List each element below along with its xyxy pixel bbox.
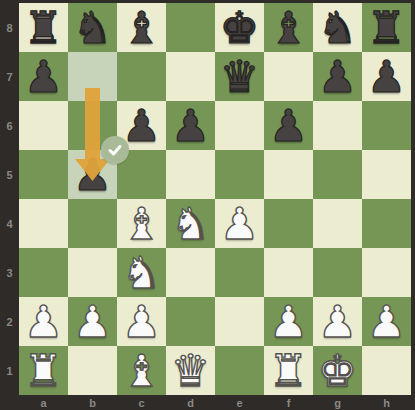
piece-white-pawn-g2[interactable]: ♟ [313, 297, 362, 346]
piece-black-pawn-d6[interactable]: ♟ [166, 101, 215, 150]
square-b7[interactable] [68, 52, 117, 101]
rank-label-1: 1 [0, 346, 19, 395]
square-f1[interactable]: ♜ [264, 346, 313, 395]
square-h5[interactable] [362, 150, 411, 199]
rank-label-8: 8 [0, 3, 19, 52]
square-h2[interactable]: ♟ [362, 297, 411, 346]
square-f6[interactable]: ♟ [264, 101, 313, 150]
piece-white-rook-f1[interactable]: ♜ [264, 346, 313, 395]
piece-white-bishop-c1[interactable]: ♝ [117, 346, 166, 395]
square-d3[interactable] [166, 248, 215, 297]
square-a8[interactable]: ♜ [19, 3, 68, 52]
square-c4[interactable]: ♝ [117, 199, 166, 248]
square-a7[interactable]: ♟ [19, 52, 68, 101]
piece-black-rook-a8[interactable]: ♜ [19, 3, 68, 52]
rank-label-4: 4 [0, 199, 19, 248]
rank-label-3: 3 [0, 248, 19, 297]
rank-label-2: 2 [0, 297, 19, 346]
square-b4[interactable] [68, 199, 117, 248]
square-f5[interactable] [264, 150, 313, 199]
file-label-a: a [19, 395, 68, 410]
piece-white-knight-d4[interactable]: ♞ [166, 199, 215, 248]
square-e8[interactable]: ♚ [215, 3, 264, 52]
square-e2[interactable] [215, 297, 264, 346]
square-g4[interactable] [313, 199, 362, 248]
square-c8[interactable]: ♝ [117, 3, 166, 52]
piece-white-pawn-e4[interactable]: ♟ [215, 199, 264, 248]
square-f7[interactable] [264, 52, 313, 101]
square-g2[interactable]: ♟ [313, 297, 362, 346]
piece-white-pawn-h2[interactable]: ♟ [362, 297, 411, 346]
square-b2[interactable]: ♟ [68, 297, 117, 346]
square-g3[interactable] [313, 248, 362, 297]
square-c3[interactable]: ♞ [117, 248, 166, 297]
square-h8[interactable]: ♜ [362, 3, 411, 52]
square-d7[interactable] [166, 52, 215, 101]
square-a2[interactable]: ♟ [19, 297, 68, 346]
square-h1[interactable] [362, 346, 411, 395]
file-label-h: h [362, 395, 411, 410]
square-f4[interactable] [264, 199, 313, 248]
square-e3[interactable] [215, 248, 264, 297]
check-icon [107, 142, 123, 158]
square-c7[interactable] [117, 52, 166, 101]
piece-white-pawn-c2[interactable]: ♟ [117, 297, 166, 346]
file-labels: abcdefgh [19, 395, 411, 410]
square-f8[interactable]: ♝ [264, 3, 313, 52]
piece-black-king-e8[interactable]: ♚ [215, 3, 264, 52]
piece-black-bishop-c8[interactable]: ♝ [117, 3, 166, 52]
rank-label-6: 6 [0, 101, 19, 150]
rank-label-5: 5 [0, 150, 19, 199]
square-e6[interactable] [215, 101, 264, 150]
piece-white-knight-c3[interactable]: ♞ [117, 248, 166, 297]
square-h3[interactable] [362, 248, 411, 297]
square-e7[interactable]: ♛ [215, 52, 264, 101]
square-g6[interactable] [313, 101, 362, 150]
square-e1[interactable] [215, 346, 264, 395]
piece-black-pawn-f6[interactable]: ♟ [264, 101, 313, 150]
square-a1[interactable]: ♜ [19, 346, 68, 395]
rank-label-7: 7 [0, 52, 19, 101]
piece-white-pawn-a2[interactable]: ♟ [19, 297, 68, 346]
square-d6[interactable]: ♟ [166, 101, 215, 150]
file-label-e: e [215, 395, 264, 410]
square-d2[interactable] [166, 297, 215, 346]
piece-white-pawn-f2[interactable]: ♟ [264, 297, 313, 346]
piece-white-rook-a1[interactable]: ♜ [19, 346, 68, 395]
piece-white-queen-d1[interactable]: ♛ [166, 346, 215, 395]
square-h4[interactable] [362, 199, 411, 248]
rank-labels: 87654321 [0, 3, 19, 395]
square-d4[interactable]: ♞ [166, 199, 215, 248]
square-b8[interactable]: ♞ [68, 3, 117, 52]
square-h7[interactable]: ♟ [362, 52, 411, 101]
piece-black-pawn-g7[interactable]: ♟ [313, 52, 362, 101]
file-label-f: f [264, 395, 313, 410]
piece-white-bishop-c4[interactable]: ♝ [117, 199, 166, 248]
piece-black-pawn-a7[interactable]: ♟ [19, 52, 68, 101]
square-b3[interactable] [68, 248, 117, 297]
piece-white-pawn-b2[interactable]: ♟ [68, 297, 117, 346]
file-label-c: c [117, 395, 166, 410]
piece-black-pawn-h7[interactable]: ♟ [362, 52, 411, 101]
piece-black-knight-b8[interactable]: ♞ [68, 3, 117, 52]
square-a6[interactable] [19, 101, 68, 150]
square-e5[interactable] [215, 150, 264, 199]
piece-black-queen-e7[interactable]: ♛ [215, 52, 264, 101]
piece-black-knight-g8[interactable]: ♞ [313, 3, 362, 52]
square-c1[interactable]: ♝ [117, 346, 166, 395]
square-g5[interactable] [313, 150, 362, 199]
square-f2[interactable]: ♟ [264, 297, 313, 346]
square-d1[interactable]: ♛ [166, 346, 215, 395]
square-g8[interactable]: ♞ [313, 3, 362, 52]
piece-black-rook-h8[interactable]: ♜ [362, 3, 411, 52]
piece-white-king-g1[interactable]: ♚ [313, 346, 362, 395]
square-a5[interactable] [19, 150, 68, 199]
file-label-g: g [313, 395, 362, 410]
square-d5[interactable] [166, 150, 215, 199]
file-label-d: d [166, 395, 215, 410]
chess-app-window: 87654321 ♜♞♝♚♝♞♜♟♛♟♟♟♟♟♟♝♞♟♞♟♟♟♟♟♟♜♝♛♜♚ … [0, 0, 415, 410]
square-h6[interactable] [362, 101, 411, 150]
square-c2[interactable]: ♟ [117, 297, 166, 346]
square-a3[interactable] [19, 248, 68, 297]
correct-move-badge [101, 136, 129, 164]
square-b1[interactable] [68, 346, 117, 395]
square-e4[interactable]: ♟ [215, 199, 264, 248]
square-d8[interactable] [166, 3, 215, 52]
square-a4[interactable] [19, 199, 68, 248]
file-label-b: b [68, 395, 117, 410]
square-g7[interactable]: ♟ [313, 52, 362, 101]
square-f3[interactable] [264, 248, 313, 297]
square-g1[interactable]: ♚ [313, 346, 362, 395]
piece-black-bishop-f8[interactable]: ♝ [264, 3, 313, 52]
chess-board[interactable]: ♜♞♝♚♝♞♜♟♛♟♟♟♟♟♟♝♞♟♞♟♟♟♟♟♟♜♝♛♜♚ [19, 3, 411, 395]
